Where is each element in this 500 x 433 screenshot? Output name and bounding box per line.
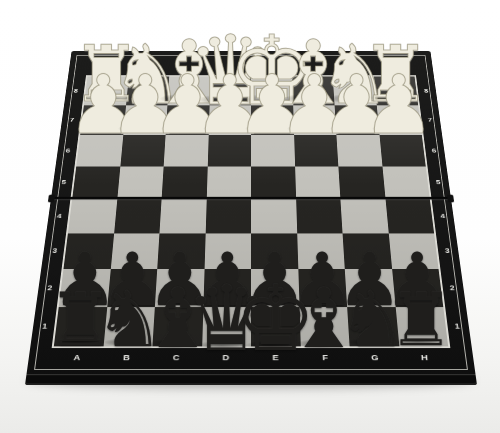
square-d2 <box>203 269 251 307</box>
square-f1 <box>299 307 350 347</box>
square-b1 <box>103 307 155 347</box>
rank-label-left-6: 6 <box>60 147 76 154</box>
square-e3 <box>251 233 298 269</box>
square-g4 <box>340 199 388 233</box>
file-label-b: B <box>123 352 131 362</box>
file-label-d: D <box>222 352 229 362</box>
square-b4 <box>114 199 162 233</box>
fold-hinge-left <box>48 195 55 203</box>
square-h8 <box>374 76 418 105</box>
square-c2 <box>155 269 204 307</box>
square-d5 <box>206 166 251 199</box>
square-f3 <box>297 233 345 269</box>
square-c5 <box>162 166 208 199</box>
square-e6 <box>251 135 295 166</box>
square-a1 <box>54 307 107 347</box>
square-f6 <box>294 135 339 166</box>
square-e4 <box>251 199 297 233</box>
square-f7 <box>293 105 337 135</box>
square-a4 <box>68 199 117 233</box>
square-a6 <box>76 135 123 166</box>
rank-label-left-1: 1 <box>36 322 54 330</box>
square-c8 <box>167 76 210 105</box>
rank-label-right-1: 1 <box>448 322 466 330</box>
square-c3 <box>157 233 205 269</box>
square-d7 <box>208 105 251 135</box>
square-h5 <box>382 166 430 199</box>
file-label-c: C <box>173 352 181 362</box>
square-a7 <box>80 105 125 135</box>
square-d8 <box>209 76 251 105</box>
square-a3 <box>63 233 113 269</box>
file-label-a: A <box>73 352 81 362</box>
square-f2 <box>298 269 347 307</box>
rank-label-right-6: 6 <box>426 147 442 154</box>
square-f5 <box>295 166 341 199</box>
square-f8 <box>292 76 335 105</box>
rank-label-left-4: 4 <box>51 212 68 219</box>
square-g1 <box>347 307 399 347</box>
square-e7 <box>251 105 294 135</box>
file-label-e: E <box>272 352 279 362</box>
rank-label-left-7: 7 <box>64 117 80 123</box>
rank-label-right-4: 4 <box>434 212 451 219</box>
rank-label-right-5: 5 <box>430 179 447 186</box>
board-grid <box>52 75 451 348</box>
board-case-edge <box>25 374 477 385</box>
square-b7 <box>123 105 168 135</box>
square-d1 <box>202 307 251 347</box>
square-h1 <box>395 307 448 347</box>
rank-label-left-2: 2 <box>41 284 59 292</box>
board-fold-seam <box>51 197 451 201</box>
square-a8 <box>84 76 128 105</box>
rank-label-right-3: 3 <box>439 247 457 255</box>
square-d6 <box>207 135 251 166</box>
square-g5 <box>338 166 385 199</box>
file-label-f: F <box>322 352 329 362</box>
photo-background: ABCDEFGH1122334455667788 ♜♞♝♛♚♝♞♜♟♟♟♟♟♟♟… <box>0 0 500 433</box>
square-c1 <box>152 307 203 347</box>
square-a5 <box>72 166 120 199</box>
square-e8 <box>251 76 293 105</box>
square-g6 <box>336 135 382 166</box>
square-h6 <box>379 135 426 166</box>
square-h2 <box>392 269 444 307</box>
square-e1 <box>251 307 300 347</box>
file-label-g: G <box>371 352 379 362</box>
square-g2 <box>345 269 395 307</box>
rank-label-right-8: 8 <box>418 88 434 94</box>
square-e2 <box>251 269 299 307</box>
chess-board: ABCDEFGH1122334455667788 <box>25 51 477 385</box>
square-b8 <box>126 76 170 105</box>
square-c6 <box>164 135 209 166</box>
square-e5 <box>251 166 296 199</box>
square-b6 <box>120 135 166 166</box>
square-g7 <box>335 105 380 135</box>
square-g3 <box>343 233 392 269</box>
square-h3 <box>388 233 438 269</box>
square-d4 <box>205 199 251 233</box>
rank-label-right-7: 7 <box>422 117 438 123</box>
rank-label-right-2: 2 <box>443 284 461 292</box>
rank-label-left-3: 3 <box>46 247 64 255</box>
fold-hinge-right <box>447 195 454 203</box>
rank-label-left-5: 5 <box>55 179 72 186</box>
square-d3 <box>204 233 251 269</box>
square-c4 <box>159 199 206 233</box>
rank-label-left-8: 8 <box>68 88 84 94</box>
square-a2 <box>59 269 111 307</box>
square-b5 <box>117 166 164 199</box>
square-b2 <box>107 269 157 307</box>
square-c7 <box>166 105 210 135</box>
square-h7 <box>376 105 421 135</box>
square-b3 <box>110 233 159 269</box>
square-g8 <box>333 76 377 105</box>
square-f4 <box>296 199 343 233</box>
file-label-h: H <box>421 352 429 362</box>
square-h4 <box>385 199 434 233</box>
